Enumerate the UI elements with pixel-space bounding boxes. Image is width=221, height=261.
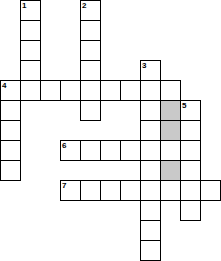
cell-r2c1[interactable] xyxy=(20,40,41,61)
cell-r7c7[interactable] xyxy=(140,140,161,161)
cell-r8c0[interactable] xyxy=(0,160,21,181)
shaded-cell-r6c8 xyxy=(160,120,181,141)
cell-r4c4[interactable] xyxy=(80,80,101,101)
cell-r10c9[interactable] xyxy=(180,200,201,221)
cell-r2c4[interactable] xyxy=(80,40,101,61)
cell-r4c5[interactable] xyxy=(100,80,121,101)
cell-r4c1[interactable] xyxy=(20,80,41,101)
cell-r9c9[interactable] xyxy=(180,180,201,201)
cell-r4c3[interactable] xyxy=(60,80,81,101)
cell-r9c8[interactable] xyxy=(160,180,181,201)
cell-r6c7[interactable] xyxy=(140,120,161,141)
cell-r4c6[interactable] xyxy=(120,80,141,101)
cell-r4c0[interactable]: 4 xyxy=(0,80,21,101)
clue-number-3: 3 xyxy=(142,61,146,70)
crossword-page: 1234567 xyxy=(0,0,221,261)
cell-r3c7[interactable]: 3 xyxy=(140,60,161,81)
cell-r0c1[interactable]: 1 xyxy=(20,0,41,21)
cell-r11c7[interactable] xyxy=(140,220,161,241)
clue-number-2: 2 xyxy=(82,1,86,10)
cell-r3c4[interactable] xyxy=(80,60,101,81)
cell-r7c0[interactable] xyxy=(0,140,21,161)
cell-r7c8[interactable] xyxy=(160,140,181,161)
clue-number-5: 5 xyxy=(182,101,186,110)
cell-r9c4[interactable] xyxy=(80,180,101,201)
cell-r5c0[interactable] xyxy=(0,100,21,121)
cell-r5c7[interactable] xyxy=(140,100,161,121)
cell-r4c2[interactable] xyxy=(40,80,61,101)
cell-r12c7[interactable] xyxy=(140,240,161,261)
cell-r9c10[interactable] xyxy=(200,180,221,201)
clue-number-7: 7 xyxy=(62,181,66,190)
cell-r5c9[interactable]: 5 xyxy=(180,100,201,121)
clue-number-1: 1 xyxy=(22,1,26,10)
cell-r8c7[interactable] xyxy=(140,160,161,181)
cell-r9c5[interactable] xyxy=(100,180,121,201)
cell-r10c7[interactable] xyxy=(140,200,161,221)
cell-r8c9[interactable] xyxy=(180,160,201,181)
cell-r7c6[interactable] xyxy=(120,140,141,161)
cell-r7c5[interactable] xyxy=(100,140,121,161)
cell-r4c8[interactable] xyxy=(160,80,181,101)
shaded-cell-r5c8 xyxy=(160,100,181,121)
cell-r7c4[interactable] xyxy=(80,140,101,161)
cell-r1c4[interactable] xyxy=(80,20,101,41)
cell-r9c7[interactable] xyxy=(140,180,161,201)
cell-r6c9[interactable] xyxy=(180,120,201,141)
cell-r7c3[interactable]: 6 xyxy=(60,140,81,161)
crossword-grid: 1234567 xyxy=(0,0,221,261)
cell-r9c3[interactable]: 7 xyxy=(60,180,81,201)
cell-r9c6[interactable] xyxy=(120,180,141,201)
cell-r3c1[interactable] xyxy=(20,60,41,81)
cell-r5c4[interactable] xyxy=(80,100,101,121)
cell-r6c0[interactable] xyxy=(0,120,21,141)
clue-number-4: 4 xyxy=(2,81,6,90)
cell-r7c9[interactable] xyxy=(180,140,201,161)
clue-number-6: 6 xyxy=(62,141,66,150)
cell-r1c1[interactable] xyxy=(20,20,41,41)
cell-r0c4[interactable]: 2 xyxy=(80,0,101,21)
shaded-cell-r8c8 xyxy=(160,160,181,181)
cell-r4c7[interactable] xyxy=(140,80,161,101)
